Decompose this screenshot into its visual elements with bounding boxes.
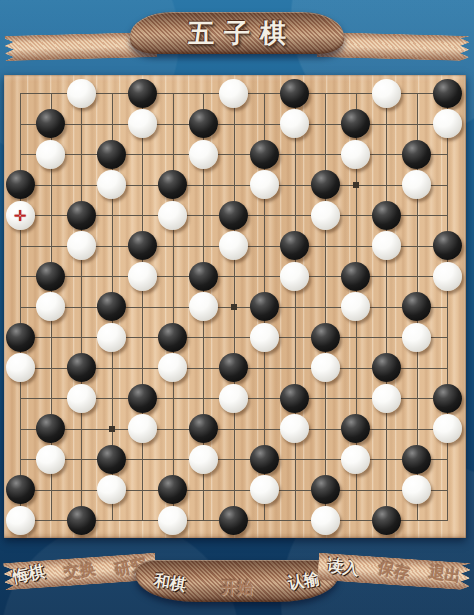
stone-white xyxy=(158,506,187,535)
menu-item-quit[interactable]: 退出 xyxy=(427,562,462,587)
menu-ribbon-right: 读入 保存 退出 xyxy=(317,553,471,591)
stone-black xyxy=(67,506,96,535)
stone-white xyxy=(36,292,65,321)
menu-item-draw[interactable]: 和棋 xyxy=(152,570,187,596)
stone-black xyxy=(372,201,401,230)
stone-black xyxy=(128,79,157,108)
stone-black xyxy=(402,445,431,474)
stone-white xyxy=(433,109,462,138)
stone-black xyxy=(36,414,65,443)
stone-white xyxy=(6,353,35,382)
star-point xyxy=(353,182,359,188)
stone-black xyxy=(97,140,126,169)
stone-white xyxy=(128,414,157,443)
stone-white xyxy=(6,506,35,535)
stone-black xyxy=(67,353,96,382)
grid-line-h xyxy=(20,337,448,338)
stone-black xyxy=(158,323,187,352)
stone-white xyxy=(219,384,248,413)
stone-black xyxy=(250,140,279,169)
stone-black xyxy=(280,231,309,260)
stone-white xyxy=(250,475,279,504)
stone-black xyxy=(6,170,35,199)
stone-black xyxy=(189,262,218,291)
menu-banner: 悔棋 交换 研究 和棋 开始 认输 读入 保存 退出 xyxy=(0,546,474,615)
stone-white xyxy=(128,109,157,138)
menu-ribbon-left: 悔棋 交换 研究 xyxy=(3,553,157,591)
stone-black xyxy=(341,109,370,138)
stone-black xyxy=(372,353,401,382)
grid-line-v xyxy=(386,93,387,521)
title-ribbon-band: 五子棋 xyxy=(130,12,344,54)
stone-black xyxy=(433,231,462,260)
stone-black xyxy=(341,414,370,443)
stone-black xyxy=(219,201,248,230)
stone-black xyxy=(402,140,431,169)
stone-white xyxy=(311,506,340,535)
stone-white xyxy=(311,201,340,230)
stone-black xyxy=(128,384,157,413)
stone-white xyxy=(189,445,218,474)
stone-black xyxy=(433,79,462,108)
menu-ribbon-center: 和棋 开始 认输 xyxy=(136,560,338,602)
last-move-marker: ✛ xyxy=(6,201,35,230)
stone-white xyxy=(280,414,309,443)
menu-item-save[interactable]: 保存 xyxy=(376,558,412,585)
menu-item-undo[interactable]: 悔棋 xyxy=(12,561,48,588)
stone-white xyxy=(341,140,370,169)
stone-black xyxy=(6,323,35,352)
grid-line-h xyxy=(20,429,448,430)
star-point xyxy=(109,426,115,432)
grid-line-h xyxy=(20,459,448,460)
stone-black xyxy=(311,170,340,199)
stone-white: ✛ xyxy=(6,201,35,230)
page-background: { "app": { "title": "五子棋" }, "game": "go… xyxy=(0,0,474,615)
stone-white xyxy=(402,323,431,352)
stone-white xyxy=(433,414,462,443)
stone-black xyxy=(372,506,401,535)
stone-white xyxy=(280,262,309,291)
stone-white xyxy=(311,353,340,382)
stone-white xyxy=(341,445,370,474)
star-point xyxy=(231,304,237,310)
stone-white xyxy=(372,384,401,413)
stone-black xyxy=(36,262,65,291)
grid-line-v xyxy=(447,93,448,521)
stone-black xyxy=(341,262,370,291)
menu-item-swap[interactable]: 交换 xyxy=(63,559,98,584)
gomoku-board[interactable]: ✛ xyxy=(4,75,466,538)
page-title: 五子棋 xyxy=(178,16,296,51)
stone-white xyxy=(433,262,462,291)
stone-black xyxy=(280,79,309,108)
stone-white xyxy=(97,170,126,199)
stone-white xyxy=(128,262,157,291)
stone-black xyxy=(311,323,340,352)
stone-white xyxy=(250,323,279,352)
stone-black xyxy=(219,506,248,535)
stone-white xyxy=(67,384,96,413)
stone-white xyxy=(97,475,126,504)
stone-black xyxy=(250,292,279,321)
grid-line-v xyxy=(295,93,296,521)
stone-white xyxy=(36,140,65,169)
stone-white xyxy=(250,170,279,199)
stone-black xyxy=(97,445,126,474)
menu-item-resign[interactable]: 认输 xyxy=(287,568,322,594)
stone-white xyxy=(158,201,187,230)
menu-item-start[interactable]: 开始 xyxy=(221,578,253,599)
stone-black xyxy=(280,384,309,413)
stone-black xyxy=(36,109,65,138)
stone-black xyxy=(433,384,462,413)
stone-white xyxy=(341,292,370,321)
stone-black xyxy=(6,475,35,504)
stone-white xyxy=(402,475,431,504)
stone-white xyxy=(402,170,431,199)
stone-black xyxy=(128,231,157,260)
stone-black xyxy=(189,109,218,138)
stone-black xyxy=(250,445,279,474)
stone-black xyxy=(97,292,126,321)
stone-black xyxy=(158,475,187,504)
stone-black xyxy=(158,170,187,199)
stone-black xyxy=(67,201,96,230)
stone-white xyxy=(189,292,218,321)
stone-white xyxy=(158,353,187,382)
menu-item-load[interactable]: 读入 xyxy=(326,555,361,580)
grid-line-v xyxy=(325,93,326,521)
stone-white xyxy=(219,79,248,108)
stone-white xyxy=(67,79,96,108)
stone-white xyxy=(219,231,248,260)
stone-white xyxy=(280,109,309,138)
stone-white xyxy=(67,231,96,260)
stone-white xyxy=(372,79,401,108)
board-grid[interactable]: ✛ xyxy=(20,93,448,521)
stone-white xyxy=(36,445,65,474)
title-banner: 五子棋 xyxy=(0,0,474,64)
stone-black xyxy=(402,292,431,321)
stone-black xyxy=(219,353,248,382)
grid-line-h xyxy=(20,490,448,491)
stone-white xyxy=(97,323,126,352)
stone-white xyxy=(189,140,218,169)
stone-white xyxy=(372,231,401,260)
stone-black xyxy=(311,475,340,504)
stone-black xyxy=(189,414,218,443)
